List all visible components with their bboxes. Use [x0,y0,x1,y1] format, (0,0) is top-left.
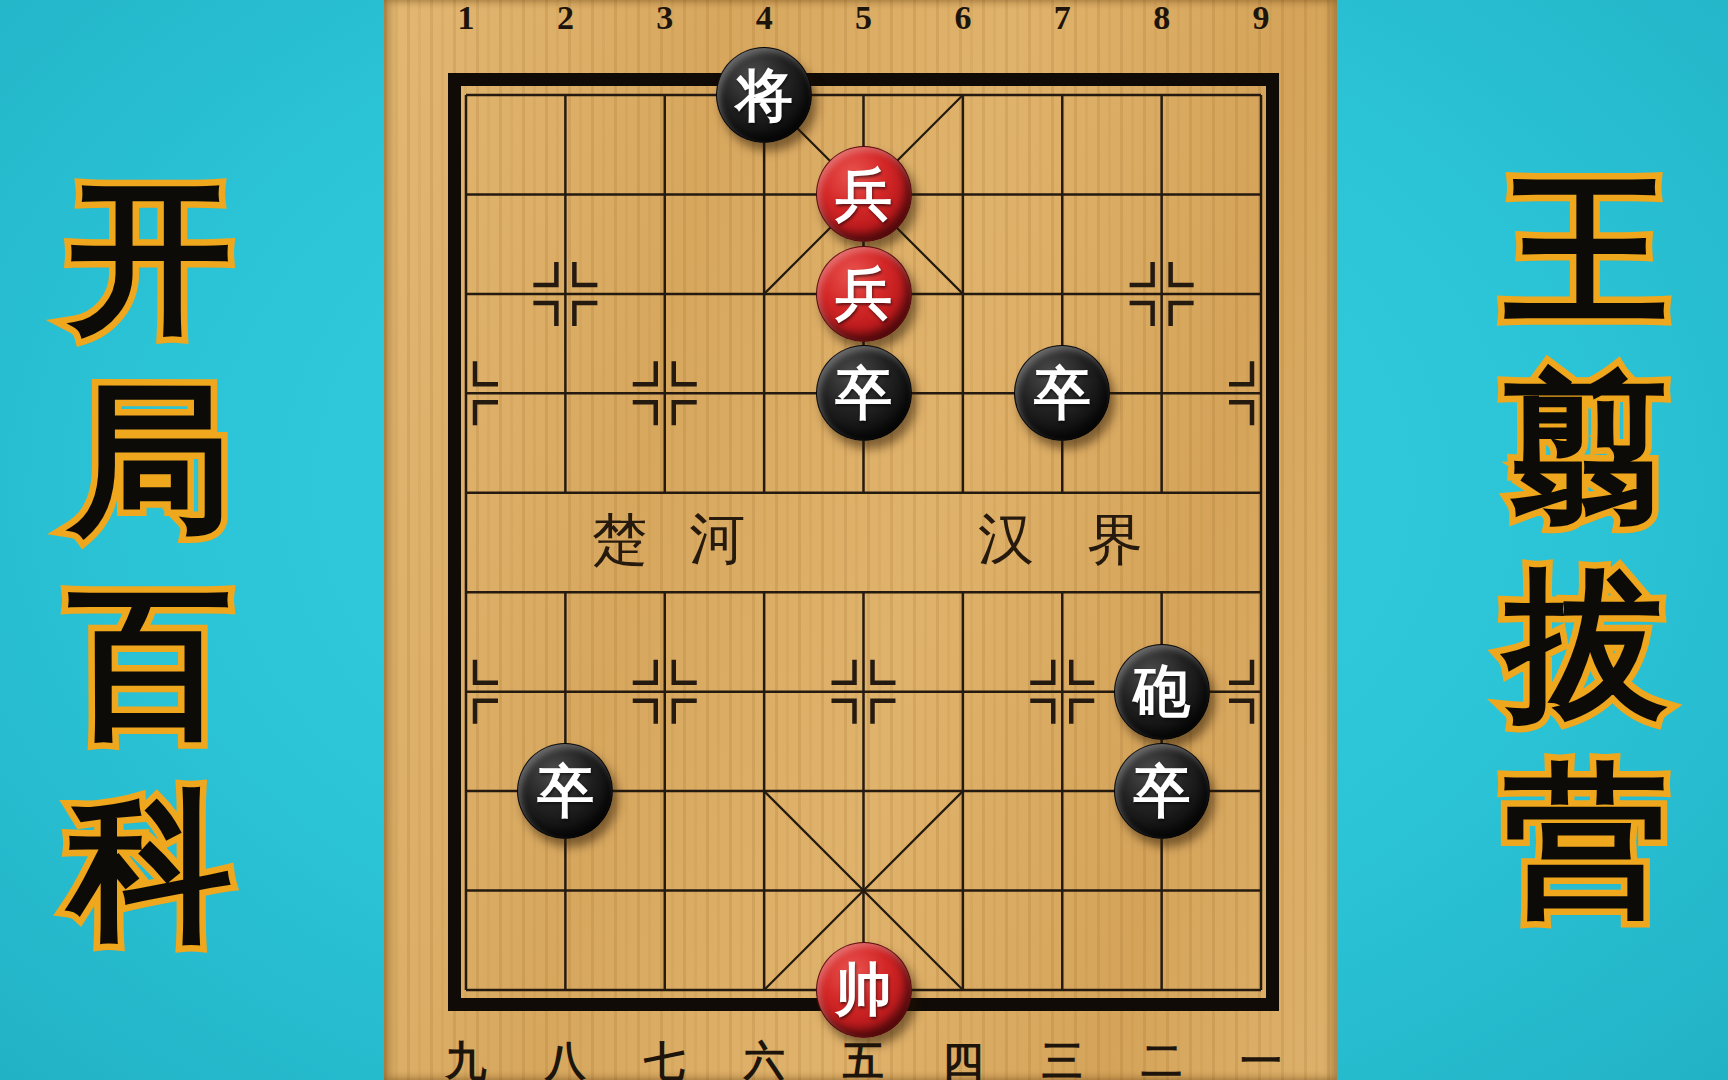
file-label-top: 7 [1054,0,1071,37]
title-char-fill: 百 [68,582,232,746]
title-char: 科科 [40,765,260,968]
river-text: 楚 [592,503,648,579]
piece-black-5-3[interactable]: 卒 [816,345,912,441]
file-label-bottom: 五 [843,1034,884,1080]
title-char: 拔拔 [1476,546,1696,743]
file-label-bottom: 七 [644,1034,685,1080]
star-point-mark [533,262,556,285]
piece-glyph: 砲 [1133,663,1190,720]
file-label-top: 5 [855,0,872,37]
title-char: 开开 [40,156,260,359]
file-label-top: 2 [557,0,574,37]
star-point-mark [533,303,556,326]
star-point-mark [674,660,697,683]
title-char: 局局 [40,359,260,562]
piece-glyph: 兵 [835,166,892,223]
file-label-top: 9 [1253,0,1270,37]
star-point-mark [674,402,697,425]
star-point-mark [832,660,855,683]
piece-black-8-7[interactable]: 卒 [1114,743,1210,839]
star-point-mark [1130,262,1153,285]
piece-glyph: 将 [736,67,793,124]
river-text: 河 [689,502,745,578]
piece-red-5-1[interactable]: 兵 [816,146,912,242]
title-char-fill: 局 [68,379,232,543]
file-label-bottom: 四 [942,1034,983,1080]
star-point-mark [674,701,697,724]
file-label-bottom: 八 [545,1034,586,1080]
piece-glyph: 兵 [835,265,892,322]
star-point-mark [674,361,697,384]
file-label-top: 1 [458,0,475,37]
river-text: 界 [1087,503,1143,579]
star-point-mark [1130,303,1153,326]
star-point-mark [1229,701,1252,724]
star-point-mark [1030,701,1053,724]
star-point-mark [633,660,656,683]
piece-red-5-2[interactable]: 兵 [816,246,912,342]
star-point-mark [475,660,498,683]
title-char: 翦翦 [1476,349,1696,546]
star-point-mark [574,262,597,285]
title-char-fill: 王 [1504,169,1668,333]
title-char: 百百 [40,562,260,765]
file-label-bottom: 九 [446,1034,487,1080]
star-point-mark [1229,361,1252,384]
file-label-bottom: 一 [1241,1034,1282,1080]
title-char-fill: 翦 [1504,366,1668,530]
title-char-fill: 开 [68,176,232,340]
star-point-mark [873,701,896,724]
file-label-top: 8 [1153,0,1170,37]
file-label-bottom: 六 [744,1034,785,1080]
piece-black-7-3[interactable]: 卒 [1014,345,1110,441]
star-point-mark [1071,701,1094,724]
star-point-mark [633,701,656,724]
title-char-fill: 营 [1504,760,1668,924]
title-char: 营营 [1476,743,1696,940]
file-label-top: 3 [656,0,673,37]
file-label-top: 6 [954,0,971,37]
star-point-mark [475,402,498,425]
title-char: 王王 [1476,152,1696,349]
star-point-mark [1229,402,1252,425]
title-char-fill: 科 [68,785,232,949]
star-point-mark [832,701,855,724]
star-point-mark [1030,660,1053,683]
video-frame: 开开局局百百科科 王王翦翦拔拔营营 123456789九八七六五四三二一楚河汉界… [0,0,1728,1080]
piece-glyph: 帅 [835,961,892,1018]
star-point-mark [574,303,597,326]
star-point-mark [633,402,656,425]
piece-glyph: 卒 [1034,365,1091,422]
piece-glyph: 卒 [835,365,892,422]
piece-black-2-7[interactable]: 卒 [517,743,613,839]
file-label-bottom: 二 [1141,1034,1182,1080]
file-label-bottom: 三 [1042,1034,1083,1080]
piece-red-5-9[interactable]: 帅 [816,942,912,1038]
piece-black-4-0[interactable]: 将 [716,47,812,143]
piece-glyph: 卒 [537,763,594,820]
piece-black-8-6[interactable]: 砲 [1114,644,1210,740]
star-point-mark [1071,660,1094,683]
right-title-wang-jian-ba-ying: 王王翦翦拔拔营营 [1476,152,1696,940]
star-point-mark [475,361,498,384]
star-point-mark [1171,262,1194,285]
title-char-fill: 拔 [1504,563,1668,727]
river-text: 汉 [978,502,1034,578]
piece-glyph: 卒 [1133,763,1190,820]
left-title-opening-encyclopedia: 开开局局百百科科 [40,156,260,968]
file-label-top: 4 [756,0,773,37]
star-point-mark [633,361,656,384]
star-point-mark [873,660,896,683]
star-point-mark [1171,303,1194,326]
xiangqi-board: 123456789九八七六五四三二一楚河汉界将兵兵卒卒砲卒卒帅 [384,0,1337,1080]
star-point-mark [475,701,498,724]
star-point-mark [1229,660,1252,683]
